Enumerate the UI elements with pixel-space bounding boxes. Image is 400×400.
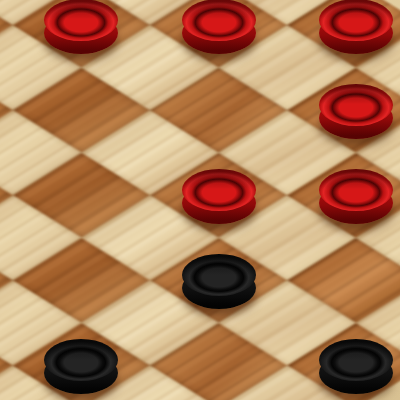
- piece-top-face: [319, 84, 393, 126]
- piece-top-face: [319, 169, 393, 211]
- black-piece[interactable]: [319, 339, 393, 394]
- red-piece[interactable]: [319, 0, 393, 54]
- piece-top-face: [182, 169, 256, 211]
- piece-top-face: [182, 0, 256, 41]
- red-piece[interactable]: [44, 0, 118, 54]
- red-piece[interactable]: [182, 0, 256, 54]
- piece-top-face: [182, 254, 256, 296]
- checkers-board-scene: [0, 0, 400, 400]
- red-piece[interactable]: [182, 169, 256, 224]
- red-piece[interactable]: [319, 84, 393, 139]
- black-piece[interactable]: [44, 339, 118, 394]
- red-piece[interactable]: [319, 169, 393, 224]
- black-piece[interactable]: [182, 254, 256, 309]
- piece-top-face: [319, 0, 393, 41]
